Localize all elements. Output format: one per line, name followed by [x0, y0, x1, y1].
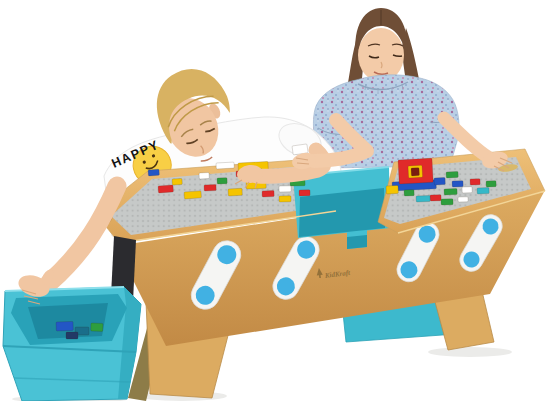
- toy-brick: [404, 190, 414, 196]
- toy-brick: [216, 162, 234, 169]
- toy-brick: [172, 178, 182, 185]
- toy-brick: [91, 323, 103, 331]
- bin-notch-shadow: [347, 235, 367, 249]
- toy-brick: [434, 177, 445, 185]
- toy-brick: [416, 196, 430, 202]
- toy-brick: [199, 172, 209, 179]
- toy-brick: [470, 179, 480, 185]
- toy-brick: [486, 181, 496, 187]
- toy-brick: [204, 185, 216, 191]
- toy-brick: [262, 191, 274, 197]
- product-photo-stage: HAPPY: [0, 0, 550, 401]
- toy-brick: [462, 187, 472, 193]
- scene-svg: HAPPY: [0, 0, 550, 401]
- toy-brick: [56, 321, 73, 331]
- toy-brick: [217, 178, 227, 184]
- toy-brick: [66, 332, 78, 339]
- toy-brick: [458, 197, 468, 202]
- toy-brick: [452, 181, 463, 187]
- toy-brick: [184, 191, 201, 199]
- toy-brick: [386, 185, 398, 194]
- toy-brick: [477, 188, 489, 194]
- toy-brick: [279, 196, 291, 202]
- floor-shadow: [428, 347, 512, 357]
- toy-brick: [430, 195, 441, 201]
- toy-brick: [441, 199, 453, 205]
- toy-brick: [299, 190, 310, 196]
- toy-brick: [228, 188, 242, 196]
- toy-brick: [446, 171, 458, 178]
- toy-brick: [444, 189, 457, 195]
- toy-brick: [411, 168, 419, 176]
- toy-brick: [279, 186, 291, 192]
- toy-brick: [148, 169, 159, 176]
- toy-brick: [158, 185, 173, 193]
